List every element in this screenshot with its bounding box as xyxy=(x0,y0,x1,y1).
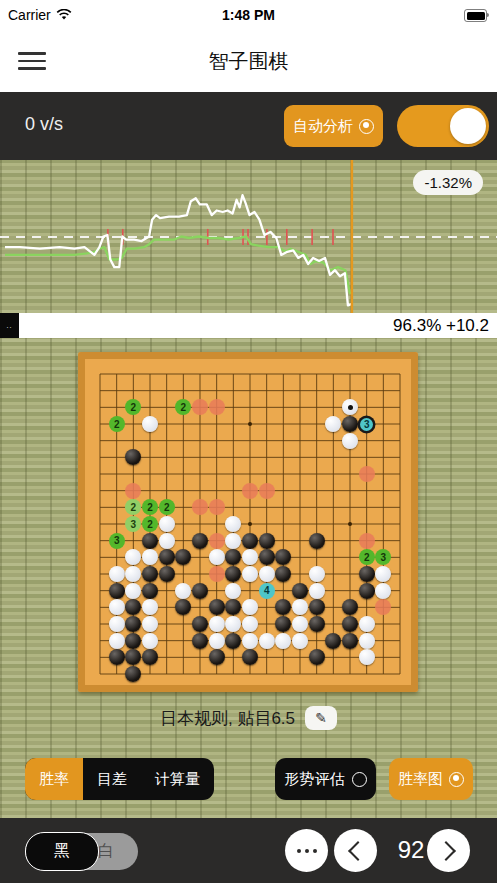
white-stone[interactable] xyxy=(359,649,375,665)
white-stone[interactable] xyxy=(275,633,291,649)
bottom-bar: 白 黑 92 xyxy=(0,818,497,883)
black-stone[interactable] xyxy=(342,633,358,649)
white-stone[interactable] xyxy=(159,533,175,549)
pencil-icon: ✎ xyxy=(315,710,327,726)
black-stone[interactable] xyxy=(359,566,375,582)
clock: 1:48 PM xyxy=(0,7,497,23)
winrate-graph-button[interactable]: 胜率图 xyxy=(389,758,473,800)
white-stone[interactable] xyxy=(159,516,175,532)
black-stone[interactable] xyxy=(342,416,358,432)
white-stone[interactable] xyxy=(259,566,275,582)
go-board[interactable]: 2223222323234 xyxy=(78,352,418,692)
black-stone[interactable] xyxy=(242,533,258,549)
black-stone[interactable] xyxy=(342,616,358,632)
black-stone[interactable] xyxy=(192,616,208,632)
rules-row: 日本规则, 贴目6.5 ✎ xyxy=(0,706,497,730)
auto-analysis-label: 自动分析 xyxy=(293,117,353,136)
white-stone[interactable] xyxy=(309,566,325,582)
visits-per-second: 0 v/s xyxy=(25,114,63,135)
edit-rules-button[interactable]: ✎ xyxy=(305,706,337,730)
green-move-marker[interactable]: 2 xyxy=(159,499,175,515)
black-stone[interactable] xyxy=(309,533,325,549)
rules-komi-label: 日本规则, 贴目6.5 xyxy=(160,707,295,730)
black-stone[interactable] xyxy=(259,533,275,549)
analysis-bar: 0 v/s 自动分析 xyxy=(0,92,497,160)
green-move-marker[interactable]: 2 xyxy=(142,516,158,532)
next-move-button[interactable] xyxy=(427,829,470,872)
black-stone[interactable] xyxy=(192,583,208,599)
white-stone[interactable] xyxy=(292,633,308,649)
black-stone[interactable] xyxy=(142,533,158,549)
white-stone[interactable] xyxy=(225,583,241,599)
green-move-marker[interactable]: 2 xyxy=(109,416,125,432)
toggle-knob xyxy=(450,108,486,144)
ellipsis-icon xyxy=(297,849,317,853)
white-stone[interactable] xyxy=(292,616,308,632)
green-move-marker[interactable]: 2 xyxy=(359,549,375,565)
white-stone[interactable] xyxy=(142,416,158,432)
salmon-move-marker[interactable] xyxy=(209,566,225,582)
white-stone[interactable] xyxy=(375,583,391,599)
salmon-move-marker[interactable] xyxy=(209,399,225,415)
white-stone[interactable] xyxy=(359,616,375,632)
side-toggle[interactable]: 白 黑 xyxy=(25,833,138,870)
salmon-move-marker[interactable] xyxy=(359,533,375,549)
salmon-move-marker[interactable] xyxy=(359,466,375,482)
white-stone[interactable] xyxy=(309,583,325,599)
white-stone[interactable] xyxy=(359,633,375,649)
salmon-move-marker[interactable] xyxy=(125,483,141,499)
white-stone[interactable] xyxy=(242,566,258,582)
status-bar: Carrier 1:48 PM xyxy=(0,0,497,30)
black-stone[interactable] xyxy=(109,649,125,665)
black-stone[interactable] xyxy=(325,633,341,649)
radio-empty-icon xyxy=(352,772,367,787)
green-move-marker[interactable]: 3 xyxy=(109,533,125,549)
white-stone[interactable] xyxy=(109,599,125,615)
winrate-graph-label: 胜率图 xyxy=(398,770,443,789)
black-stone[interactable] xyxy=(259,549,275,565)
black-stone[interactable] xyxy=(142,566,158,582)
black-stone[interactable] xyxy=(225,633,241,649)
black-stone[interactable] xyxy=(192,533,208,549)
salmon-move-marker[interactable] xyxy=(209,533,225,549)
auto-analysis-button[interactable]: 自动分析 xyxy=(284,105,383,147)
black-stone[interactable] xyxy=(125,633,141,649)
black-stone[interactable] xyxy=(209,649,225,665)
black-side-selected: 黑 xyxy=(25,832,99,871)
segment-1[interactable]: 胜率 xyxy=(25,758,83,800)
white-stone[interactable] xyxy=(209,633,225,649)
chevron-right-icon xyxy=(436,841,456,861)
situation-eval-label: 形势评估 xyxy=(285,770,345,789)
more-button[interactable] xyxy=(285,829,328,872)
winrate-chart[interactable]: -1.32% xyxy=(0,160,497,313)
salmon-move-marker[interactable] xyxy=(259,483,275,499)
prev-move-button[interactable] xyxy=(334,829,377,872)
white-stone[interactable] xyxy=(259,633,275,649)
teal-move-marker[interactable]: 4 xyxy=(259,583,275,599)
black-stone[interactable] xyxy=(159,566,175,582)
black-stone[interactable] xyxy=(209,599,225,615)
white-stone[interactable] xyxy=(109,566,125,582)
radio-filled-icon xyxy=(449,772,464,787)
white-stone[interactable] xyxy=(109,616,125,632)
white-stone[interactable] xyxy=(142,633,158,649)
metric-segmented-control: 胜率目差计算量 xyxy=(25,758,214,800)
segment-2[interactable]: 目差 xyxy=(83,758,141,800)
black-winrate-segment: .. xyxy=(0,313,19,338)
black-stone[interactable] xyxy=(309,616,325,632)
header: 智子围棋 xyxy=(0,30,497,92)
chevron-left-icon xyxy=(348,841,368,861)
black-stone[interactable] xyxy=(359,583,375,599)
last-move-dot xyxy=(348,405,353,410)
board-area: 2223222323234 日本规则, 贴目6.5 ✎ 胜率目差计算量 形势评估… xyxy=(0,338,497,818)
black-stone[interactable] xyxy=(309,599,325,615)
white-stone[interactable] xyxy=(225,533,241,549)
white-side-label: 白 xyxy=(98,841,114,862)
winrate-bar: .. 96.3% +10.2 xyxy=(0,313,497,338)
battery-icon xyxy=(464,9,489,21)
white-winrate-text: 96.3% +10.2 xyxy=(19,313,497,338)
black-stone[interactable] xyxy=(292,583,308,599)
white-stone[interactable] xyxy=(342,433,358,449)
white-stone[interactable] xyxy=(125,583,141,599)
white-stone[interactable] xyxy=(175,583,191,599)
tealring-move-marker[interactable]: 3 xyxy=(360,418,373,431)
page-title: 智子围棋 xyxy=(0,48,497,75)
black-side-label: 黑 xyxy=(54,841,70,862)
black-stone[interactable] xyxy=(109,583,125,599)
white-stone[interactable] xyxy=(109,633,125,649)
black-stone[interactable] xyxy=(192,633,208,649)
segment-3[interactable]: 计算量 xyxy=(141,758,214,800)
app-window: Carrier 1:48 PM 智子围棋 0 v/s 自动分析 -1.32% xyxy=(0,0,497,883)
score-change-badge: -1.32% xyxy=(413,170,483,195)
situation-eval-button[interactable]: 形势评估 xyxy=(275,758,376,800)
black-stone[interactable] xyxy=(309,649,325,665)
white-stone[interactable] xyxy=(242,633,258,649)
toolbar: 胜率目差计算量 形势评估 胜率图 xyxy=(0,758,497,800)
salmon-move-marker[interactable] xyxy=(242,483,258,499)
white-stone[interactable] xyxy=(209,616,225,632)
analysis-toggle[interactable] xyxy=(397,105,489,147)
salmon-move-marker[interactable] xyxy=(209,499,225,515)
black-stone[interactable] xyxy=(142,583,158,599)
white-stone[interactable] xyxy=(242,616,258,632)
white-stone[interactable] xyxy=(142,616,158,632)
white-stone[interactable] xyxy=(209,549,225,565)
black-stone[interactable] xyxy=(159,549,175,565)
radio-filled-icon xyxy=(359,119,374,134)
